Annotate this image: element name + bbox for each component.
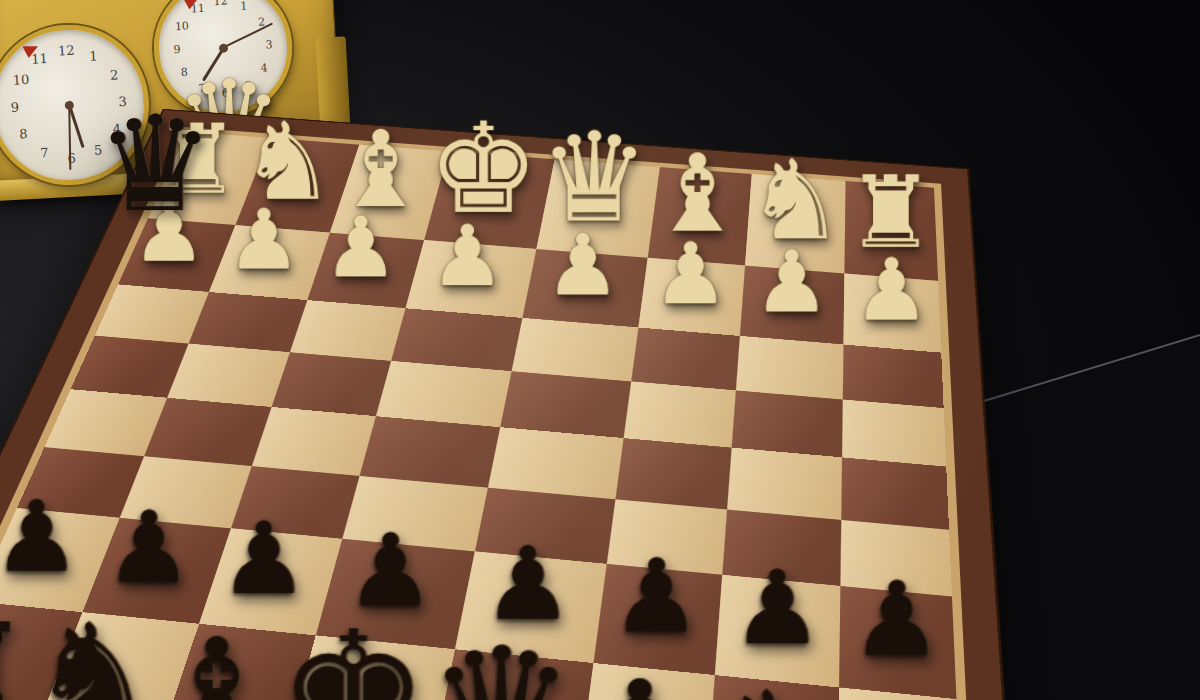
piece-black-bishop-c8[interactable]: ♝ [575, 662, 704, 700]
square-c5[interactable] [615, 438, 731, 509]
dial-numeral: 12 [212, 0, 229, 10]
piece-black-rook-h8[interactable]: ♜ [0, 607, 31, 700]
square-f2[interactable]: ♟ [308, 233, 425, 309]
dial-numeral: 11 [31, 51, 48, 68]
square-b5[interactable] [727, 448, 842, 520]
piece-white-pawn-c2[interactable]: ♟ [652, 232, 728, 317]
piece-white-pawn-e2[interactable]: ♟ [430, 214, 505, 298]
square-a8[interactable]: ♜ [837, 687, 964, 700]
square-f4[interactable] [272, 352, 391, 416]
square-g5[interactable] [144, 398, 272, 466]
dial-numeral: 9 [6, 99, 23, 116]
dial-numeral: 8 [15, 126, 32, 143]
piece-black-queen-d8[interactable]: ♛ [426, 626, 575, 700]
piece-black-pawn-g7[interactable]: ♟ [104, 498, 193, 597]
square-d2[interactable]: ♟ [522, 249, 647, 328]
piece-white-pawn-g2[interactable]: ♟ [226, 198, 301, 281]
dial-numeral: 2 [106, 67, 123, 84]
piece-black-knight-b8[interactable]: ♞ [704, 672, 837, 700]
scene: 121234567891011 121234567891011 ♛ ♛ ♜♞♝♚… [0, 0, 1200, 700]
square-a2[interactable]: ♟ [843, 273, 941, 352]
square-e2[interactable]: ♟ [406, 240, 537, 318]
dial-numeral: 1 [236, 0, 253, 15]
square-b2[interactable]: ♟ [739, 266, 844, 345]
square-d8[interactable]: ♛ [422, 649, 593, 700]
square-b8[interactable]: ♞ [702, 675, 839, 700]
square-a3[interactable] [843, 345, 944, 408]
square-f5[interactable] [252, 407, 376, 476]
dial-numeral: 3 [261, 37, 278, 54]
piece-white-pawn-a2[interactable]: ♟ [854, 247, 931, 333]
piece-black-knight-g8[interactable]: ♞ [29, 605, 158, 700]
piece-white-pawn-d2[interactable]: ♟ [545, 223, 621, 308]
square-a4[interactable] [842, 399, 946, 466]
piece-black-bishop-f8[interactable]: ♝ [154, 620, 281, 700]
dial-numeral: 6 [63, 150, 80, 167]
clock-hand-cap [218, 43, 227, 52]
square-a7[interactable]: ♟ [839, 586, 956, 699]
square-b4[interactable] [731, 390, 843, 457]
square-g4[interactable] [167, 343, 290, 407]
square-e4[interactable] [376, 361, 511, 428]
clock-hand-cap [64, 100, 73, 109]
square-c2[interactable]: ♟ [638, 258, 744, 336]
piece-white-pawn-f2[interactable]: ♟ [324, 206, 399, 290]
dial-numeral: 7 [36, 145, 53, 162]
square-g3[interactable] [189, 292, 308, 352]
square-c8[interactable]: ♝ [572, 663, 715, 700]
dial-numeral: 1 [85, 48, 102, 65]
piece-black-pawn-h7[interactable]: ♟ [0, 488, 81, 587]
dial-numeral: 10 [174, 18, 191, 35]
dial-numeral: 10 [12, 72, 29, 89]
piece-white-pawn-b2[interactable]: ♟ [754, 240, 831, 325]
square-f3[interactable] [291, 300, 406, 360]
square-a5[interactable] [841, 457, 949, 529]
dial-numeral: 12 [58, 43, 75, 60]
piece-black-king-e8[interactable]: ♚ [278, 608, 429, 700]
spare-black-queen[interactable]: ♛ [96, 98, 214, 230]
piece-black-pawn-a7[interactable]: ♟ [851, 568, 943, 671]
piece-black-pawn-c7[interactable]: ♟ [610, 546, 701, 648]
square-c3[interactable] [631, 328, 739, 390]
square-c4[interactable] [624, 381, 736, 447]
piece-black-pawn-b7[interactable]: ♟ [732, 557, 824, 659]
square-b3[interactable] [735, 336, 843, 399]
